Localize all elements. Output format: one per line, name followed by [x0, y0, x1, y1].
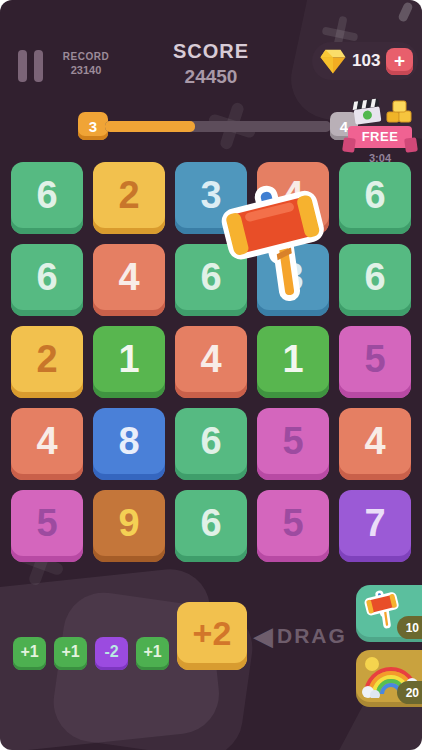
drag-label: DRAG	[277, 624, 347, 648]
current-level-badge: 3	[78, 112, 108, 140]
pause-bar	[18, 50, 27, 82]
record-label: RECORD	[52, 51, 120, 62]
tray-tile-3[interactable]: -2	[95, 637, 128, 670]
booster-cost-badge: 10	[397, 616, 422, 639]
tray-tile-1[interactable]: +1	[13, 637, 46, 670]
clapperboard-icon	[348, 96, 388, 128]
record-block: RECORD 23140	[52, 51, 120, 76]
booster-cost: 10	[406, 621, 419, 635]
tile-r2c5[interactable]: 6	[339, 244, 411, 316]
tile-r5c4[interactable]: 5	[257, 490, 329, 562]
add-gems-button[interactable]: +	[386, 48, 413, 75]
tile-r3c3[interactable]: 4	[175, 326, 247, 398]
drag-hint: ◀ DRAG	[253, 602, 347, 670]
tile-r4c5[interactable]: 4	[339, 408, 411, 480]
booster-hammer-button[interactable]: 10	[356, 585, 422, 642]
gem-icon	[318, 46, 348, 76]
level-progress-fill	[105, 121, 195, 132]
tile-r3c5[interactable]: 5	[339, 326, 411, 398]
booster-cost: 20	[406, 686, 419, 700]
gold-icon	[384, 98, 414, 126]
pause-bar	[34, 50, 43, 82]
tile-r5c2[interactable]: 9	[93, 490, 165, 562]
gem-count: 103	[352, 51, 386, 71]
booster-rainbow-button[interactable]: 20	[356, 650, 422, 707]
pause-button[interactable]	[18, 50, 44, 82]
tile-r3c1[interactable]: 2	[11, 326, 83, 398]
tile-r5c3[interactable]: 6	[175, 490, 247, 562]
level-progress-track	[105, 121, 331, 132]
tile-r3c4[interactable]: 1	[257, 326, 329, 398]
tile-r1c5[interactable]: 6	[339, 162, 411, 234]
tile-r5c1[interactable]: 5	[11, 490, 83, 562]
tile-r4c4[interactable]: 5	[257, 408, 329, 480]
ghost-dash	[397, 1, 414, 23]
game-screen: RECORD 23140 SCORE 24450 103 + 3 4	[0, 0, 422, 750]
free-reward-button[interactable]: FREE 3:04	[346, 96, 414, 164]
board-grid: 6234664636214154865459657	[11, 162, 411, 562]
gem-counter: 103 +	[312, 42, 418, 80]
hammer-cursor-icon[interactable]	[216, 180, 332, 308]
tile-r1c2[interactable]: 2	[93, 162, 165, 234]
booster-cost-badge: 20	[397, 681, 422, 704]
tray: +1+1-2+1	[13, 637, 169, 670]
free-ribbon: FREE	[348, 126, 412, 148]
tile-r2c1[interactable]: 6	[11, 244, 83, 316]
tile-r3c2[interactable]: 1	[93, 326, 165, 398]
drag-arrow-icon: ◀	[253, 623, 273, 649]
tile-r1c1[interactable]: 6	[11, 162, 83, 234]
next-tile[interactable]: +2	[177, 602, 247, 670]
tile-r4c3[interactable]: 6	[175, 408, 247, 480]
tile-r5c5[interactable]: 7	[339, 490, 411, 562]
tray-tile-2[interactable]: +1	[54, 637, 87, 670]
tile-r4c1[interactable]: 4	[11, 408, 83, 480]
tile-r4c2[interactable]: 8	[93, 408, 165, 480]
record-value: 23140	[52, 64, 120, 76]
tray-tile-4[interactable]: +1	[136, 637, 169, 670]
free-reward-icons	[346, 96, 414, 126]
tile-r2c2[interactable]: 4	[93, 244, 165, 316]
